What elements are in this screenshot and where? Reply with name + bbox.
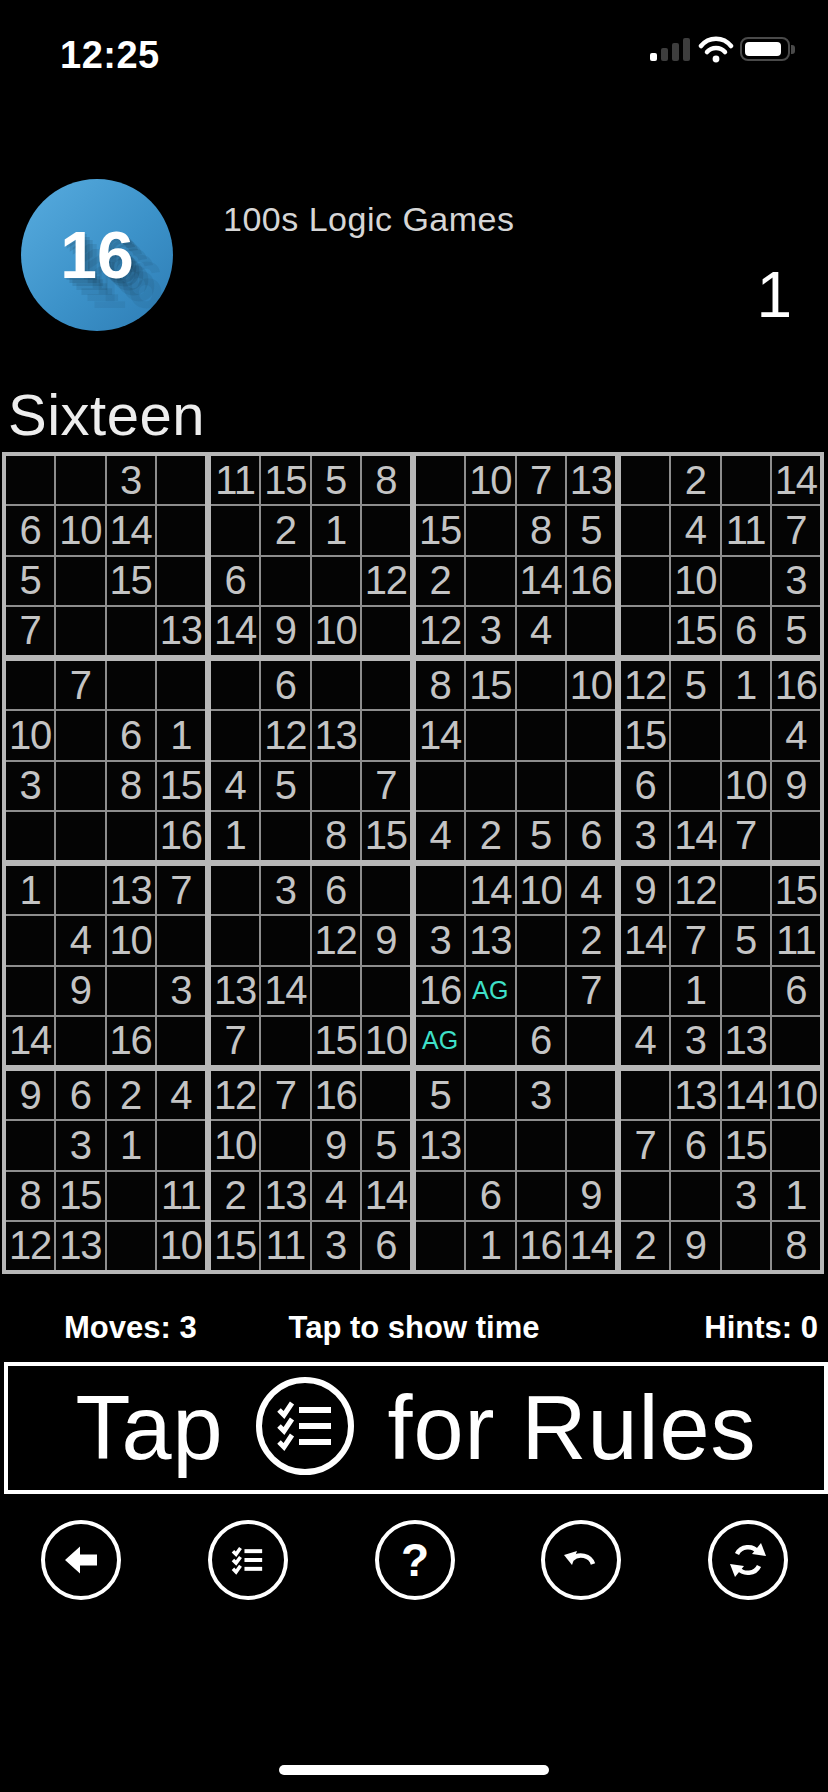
cell-r1-c13[interactable] [621, 456, 669, 504]
board-box-15: 53136911614 [416, 1071, 615, 1270]
cell-r9-c14[interactable]: 12 [671, 866, 719, 914]
puzzle-title: Sixteen [8, 381, 205, 448]
cell-r9-c4[interactable]: 7 [157, 866, 205, 914]
cell-r11-c15[interactable] [722, 967, 770, 1015]
cell-r12-c16[interactable] [772, 1017, 820, 1065]
cell-r3-c9[interactable]: 2 [416, 557, 464, 605]
cell-r11-c6[interactable]: 14 [261, 967, 309, 1015]
cell-r5-c8[interactable] [362, 661, 410, 709]
status-bar-time: 12:25 [60, 34, 160, 77]
board-box-11: 14104313216AG7AG6 [416, 866, 615, 1065]
cell-r4-c10[interactable]: 3 [466, 607, 514, 655]
cell-r11-c8[interactable] [362, 967, 410, 1015]
cell-r2-c1[interactable]: 6 [6, 506, 54, 554]
cell-r13-c9[interactable]: 5 [416, 1071, 464, 1119]
cell-r11-c10[interactable]: AG [466, 967, 514, 1015]
cell-r2-c14[interactable]: 4 [671, 506, 719, 554]
cell-r13-c1[interactable]: 9 [6, 1071, 54, 1119]
cell-r14-c14[interactable]: 6 [671, 1121, 719, 1169]
cell-r15-c1[interactable]: 8 [6, 1172, 54, 1220]
cell-r3-c14[interactable]: 10 [671, 557, 719, 605]
cell-r6-c7[interactable]: 13 [312, 711, 360, 759]
cell-r9-c5[interactable] [211, 866, 259, 914]
wifi-icon [698, 36, 734, 67]
cell-r5-c3[interactable] [107, 661, 155, 709]
cell-r8-c8[interactable]: 15 [362, 812, 410, 860]
cell-r8-c3[interactable] [107, 812, 155, 860]
cell-r12-c13[interactable]: 4 [621, 1017, 669, 1065]
cell-r12-c11[interactable]: 6 [517, 1017, 565, 1065]
cell-r13-c4[interactable]: 4 [157, 1071, 205, 1119]
cell-r4-c8[interactable] [362, 607, 410, 655]
cell-r6-c9[interactable]: 14 [416, 711, 464, 759]
cell-r7-c8[interactable]: 7 [362, 762, 410, 810]
cell-r1-c6[interactable]: 15 [261, 456, 309, 504]
cell-r1-c4[interactable] [157, 456, 205, 504]
cell-r8-c1[interactable] [6, 812, 54, 860]
cell-r9-c15[interactable] [722, 866, 770, 914]
cell-r5-c16[interactable]: 16 [772, 661, 820, 709]
cell-r13-c13[interactable] [621, 1071, 669, 1119]
cell-r6-c14[interactable] [671, 711, 719, 759]
cell-r3-c15[interactable] [722, 557, 770, 605]
cell-r11-c13[interactable] [621, 967, 669, 1015]
cell-r9-c13[interactable]: 9 [621, 866, 669, 914]
cell-r8-c9[interactable]: 4 [416, 812, 464, 860]
cell-r1-c3[interactable]: 3 [107, 456, 155, 504]
cell-r3-c5[interactable]: 6 [211, 557, 259, 605]
cell-r2-c9[interactable]: 15 [416, 506, 464, 554]
cell-r5-c14[interactable]: 5 [671, 661, 719, 709]
board-box-7: 81510144256 [416, 661, 615, 860]
cell-r1-c12[interactable]: 13 [567, 456, 615, 504]
cell-r14-c15[interactable]: 15 [722, 1121, 770, 1169]
cell-r12-c3[interactable]: 16 [107, 1017, 155, 1065]
cell-r12-c7[interactable]: 15 [312, 1017, 360, 1065]
cell-r1-c16[interactable]: 14 [772, 456, 820, 504]
cell-r6-c1[interactable]: 10 [6, 711, 54, 759]
cell-r4-c9[interactable]: 12 [416, 607, 464, 655]
cell-r4-c3[interactable] [107, 607, 155, 655]
rules-banner[interactable]: Tap for Rules [4, 1362, 828, 1494]
cell-r9-c11[interactable]: 10 [517, 866, 565, 914]
cell-r2-c4[interactable] [157, 506, 205, 554]
cell-r13-c7[interactable]: 16 [312, 1071, 360, 1119]
cell-r9-c7[interactable]: 6 [312, 866, 360, 914]
cell-r12-c8[interactable]: 10 [362, 1017, 410, 1065]
cell-r10-c7[interactable]: 12 [312, 916, 360, 964]
cell-r5-c2[interactable]: 7 [56, 661, 104, 709]
cell-r16-c4[interactable]: 10 [157, 1222, 205, 1270]
cell-r8-c6[interactable] [261, 812, 309, 860]
cell-r7-c15[interactable]: 10 [722, 762, 770, 810]
level-number: 1 [756, 258, 792, 332]
cell-r15-c5[interactable]: 2 [211, 1172, 259, 1220]
cell-r16-c15[interactable] [722, 1222, 770, 1270]
cell-r15-c14[interactable] [671, 1172, 719, 1220]
cell-r10-c12[interactable]: 2 [567, 916, 615, 964]
cell-r6-c12[interactable] [567, 711, 615, 759]
cell-r14-c12[interactable] [567, 1121, 615, 1169]
cell-r3-c16[interactable]: 3 [772, 557, 820, 605]
cell-r5-c15[interactable]: 1 [722, 661, 770, 709]
cell-r3-c1[interactable]: 5 [6, 557, 54, 605]
home-indicator[interactable] [279, 1765, 549, 1775]
cell-r6-c5[interactable] [211, 711, 259, 759]
cell-r14-c1[interactable] [6, 1121, 54, 1169]
cellular-signal-icon [650, 38, 692, 61]
cell-r3-c4[interactable] [157, 557, 205, 605]
cell-r16-c8[interactable]: 6 [362, 1222, 410, 1270]
cell-r16-c14[interactable]: 9 [671, 1222, 719, 1270]
cell-r16-c3[interactable] [107, 1222, 155, 1270]
cell-r1-c5[interactable]: 11 [211, 456, 259, 504]
cell-r11-c9[interactable]: 16 [416, 967, 464, 1015]
cell-r15-c10[interactable]: 6 [466, 1172, 514, 1220]
cell-r12-c5[interactable]: 7 [211, 1017, 259, 1065]
back-button[interactable] [41, 1520, 121, 1600]
cell-r14-c16[interactable] [772, 1121, 820, 1169]
cell-r10-c8[interactable]: 9 [362, 916, 410, 964]
cell-r10-c15[interactable]: 5 [722, 916, 770, 964]
cell-r15-c13[interactable] [621, 1172, 669, 1220]
cell-r9-c8[interactable] [362, 866, 410, 914]
cell-r7-c12[interactable] [567, 762, 615, 810]
cell-r2-c16[interactable]: 7 [772, 506, 820, 554]
app-icon-label: 16 [60, 217, 133, 293]
cell-r5-c1[interactable] [6, 661, 54, 709]
cell-r4-c4[interactable]: 13 [157, 607, 205, 655]
cell-r1-c11[interactable]: 7 [517, 456, 565, 504]
cell-r3-c13[interactable] [621, 557, 669, 605]
cell-r6-c15[interactable] [722, 711, 770, 759]
cell-r9-c12[interactable]: 4 [567, 866, 615, 914]
cell-r4-c1[interactable]: 7 [6, 607, 54, 655]
rules-banner-suffix: for Rules [387, 1377, 756, 1480]
cell-r8-c15[interactable]: 7 [722, 812, 770, 860]
cell-r15-c15[interactable]: 3 [722, 1172, 770, 1220]
app-icon: 16 [21, 179, 173, 331]
cell-r7-c5[interactable]: 4 [211, 762, 259, 810]
cell-r9-c6[interactable]: 3 [261, 866, 309, 914]
cell-r11-c14[interactable]: 1 [671, 967, 719, 1015]
cell-r6-c13[interactable]: 15 [621, 711, 669, 759]
cell-r9-c2[interactable] [56, 866, 104, 914]
cell-r3-c2[interactable] [56, 557, 104, 605]
cell-r13-c2[interactable]: 6 [56, 1071, 104, 1119]
cell-r5-c6[interactable]: 6 [261, 661, 309, 709]
cell-r16-c5[interactable]: 15 [211, 1222, 259, 1270]
cell-r2-c15[interactable]: 11 [722, 506, 770, 554]
cell-r14-c13[interactable]: 7 [621, 1121, 669, 1169]
cell-r14-c6[interactable] [261, 1121, 309, 1169]
cell-r11-c16[interactable]: 6 [772, 967, 820, 1015]
cell-r4-c2[interactable] [56, 607, 104, 655]
cell-r9-c10[interactable]: 14 [466, 866, 514, 914]
cell-r5-c10[interactable]: 15 [466, 661, 514, 709]
cell-r15-c12[interactable]: 9 [567, 1172, 615, 1220]
cell-r1-c2[interactable] [56, 456, 104, 504]
cell-r6-c6[interactable]: 12 [261, 711, 309, 759]
cell-r1-c8[interactable]: 8 [362, 456, 410, 504]
cell-r7-c14[interactable] [671, 762, 719, 810]
cell-r8-c10[interactable]: 2 [466, 812, 514, 860]
cell-r2-c10[interactable] [466, 506, 514, 554]
cell-r2-c3[interactable]: 14 [107, 506, 155, 554]
cell-r12-c10[interactable] [466, 1017, 514, 1065]
board-box-6: 612134571815 [211, 661, 410, 860]
battery-icon [740, 37, 790, 61]
cell-r10-c4[interactable] [157, 916, 205, 964]
cell-r10-c3[interactable]: 10 [107, 916, 155, 964]
cell-r8-c16[interactable] [772, 812, 820, 860]
cell-r10-c2[interactable]: 4 [56, 916, 104, 964]
cell-r13-c11[interactable]: 3 [517, 1071, 565, 1119]
cell-r13-c12[interactable] [567, 1071, 615, 1119]
cell-r7-c7[interactable] [312, 762, 360, 810]
cell-r10-c11[interactable] [517, 916, 565, 964]
cell-r11-c7[interactable] [312, 967, 360, 1015]
cell-r12-c9[interactable]: AG [416, 1017, 464, 1065]
cell-r8-c12[interactable]: 6 [567, 812, 615, 860]
cell-r11-c5[interactable]: 13 [211, 967, 259, 1015]
rules-checklist-icon [253, 1374, 357, 1482]
cell-r7-c1[interactable]: 3 [6, 762, 54, 810]
cell-r15-c9[interactable] [416, 1172, 464, 1220]
cell-r14-c9[interactable]: 13 [416, 1121, 464, 1169]
cell-r11-c12[interactable]: 7 [567, 967, 615, 1015]
cell-r7-c6[interactable]: 5 [261, 762, 309, 810]
cell-r14-c5[interactable]: 10 [211, 1121, 259, 1169]
cell-r11-c4[interactable]: 3 [157, 967, 205, 1015]
cell-r7-c11[interactable] [517, 762, 565, 810]
cell-r16-c10[interactable]: 1 [466, 1222, 514, 1270]
cell-r4-c7[interactable]: 10 [312, 607, 360, 655]
cell-r14-c3[interactable]: 1 [107, 1121, 155, 1169]
cell-r2-c11[interactable]: 8 [517, 506, 565, 554]
cell-r13-c16[interactable]: 10 [772, 1071, 820, 1119]
cell-r3-c11[interactable]: 14 [517, 557, 565, 605]
cell-r12-c14[interactable]: 3 [671, 1017, 719, 1065]
cell-r15-c4[interactable]: 11 [157, 1172, 205, 1220]
cell-r9-c9[interactable] [416, 866, 464, 914]
cell-r16-c6[interactable]: 11 [261, 1222, 309, 1270]
cell-r7-c13[interactable]: 6 [621, 762, 669, 810]
cell-r3-c8[interactable]: 12 [362, 557, 410, 605]
app-screen: 12:25 16 100s Logic Games 1 Sixteen 3610… [0, 0, 828, 1792]
cell-r4-c12[interactable] [567, 607, 615, 655]
cell-r8-c13[interactable]: 3 [621, 812, 669, 860]
board-box-14: 127161095213414151136 [211, 1071, 410, 1270]
cell-r7-c3[interactable]: 8 [107, 762, 155, 810]
cell-r14-c11[interactable] [517, 1121, 565, 1169]
cell-r4-c14[interactable]: 15 [671, 607, 719, 655]
cell-r13-c5[interactable]: 12 [211, 1071, 259, 1119]
cell-r1-c1[interactable] [6, 456, 54, 504]
cell-r14-c8[interactable]: 5 [362, 1121, 410, 1169]
cell-r1-c7[interactable]: 5 [312, 456, 360, 504]
cell-r3-c6[interactable] [261, 557, 309, 605]
cell-r12-c12[interactable] [567, 1017, 615, 1065]
cell-r4-c11[interactable]: 4 [517, 607, 565, 655]
restart-button[interactable] [708, 1520, 788, 1600]
cell-r9-c3[interactable]: 13 [107, 866, 155, 914]
cell-r1-c10[interactable]: 10 [466, 456, 514, 504]
undo-arrow-icon [561, 1540, 601, 1580]
cell-r16-c11[interactable]: 16 [517, 1222, 565, 1270]
cell-r13-c10[interactable] [466, 1071, 514, 1119]
cell-r12-c1[interactable]: 14 [6, 1017, 54, 1065]
cell-r6-c16[interactable]: 4 [772, 711, 820, 759]
cell-r15-c6[interactable]: 13 [261, 1172, 309, 1220]
cell-r7-c2[interactable] [56, 762, 104, 810]
cell-r10-c9[interactable]: 3 [416, 916, 464, 964]
cell-r2-c2[interactable]: 10 [56, 506, 104, 554]
back-arrow-icon [61, 1540, 101, 1580]
cell-r7-c16[interactable]: 9 [772, 762, 820, 810]
board-box-1: 361014515713 [6, 456, 205, 655]
cell-r7-c4[interactable]: 15 [157, 762, 205, 810]
cell-r8-c2[interactable] [56, 812, 104, 860]
board-box-16: 131410761531298 [621, 1071, 820, 1270]
cell-r3-c7[interactable] [312, 557, 360, 605]
cell-r5-c5[interactable] [211, 661, 259, 709]
hints-counter: Hints: 0 [704, 1304, 818, 1352]
cell-r16-c1[interactable]: 12 [6, 1222, 54, 1270]
cell-r2-c13[interactable] [621, 506, 669, 554]
cell-r3-c10[interactable] [466, 557, 514, 605]
cell-r9-c1[interactable]: 1 [6, 866, 54, 914]
cell-r2-c6[interactable]: 2 [261, 506, 309, 554]
cell-r4-c15[interactable]: 6 [722, 607, 770, 655]
cell-r10-c13[interactable]: 14 [621, 916, 669, 964]
cell-r8-c7[interactable]: 8 [312, 812, 360, 860]
cell-r5-c7[interactable] [312, 661, 360, 709]
cell-r2-c5[interactable] [211, 506, 259, 554]
cell-r2-c8[interactable] [362, 506, 410, 554]
cell-r5-c9[interactable]: 8 [416, 661, 464, 709]
cell-r11-c3[interactable] [107, 967, 155, 1015]
cell-r11-c11[interactable] [517, 967, 565, 1015]
status-line: Moves: 3 Tap to show time Hints: 0 [0, 1304, 828, 1352]
cell-r3-c3[interactable]: 15 [107, 557, 155, 605]
rules-banner-prefix: Tap [75, 1377, 223, 1480]
cell-r16-c13[interactable]: 2 [621, 1222, 669, 1270]
moves-counter: Moves: 3 [64, 1304, 197, 1352]
cell-r3-c12[interactable]: 16 [567, 557, 615, 605]
cell-r8-c11[interactable]: 5 [517, 812, 565, 860]
cell-r10-c16[interactable]: 11 [772, 916, 820, 964]
toolbar: ? [0, 1520, 828, 1604]
cell-r7-c9[interactable] [416, 762, 464, 810]
cell-r1-c14[interactable]: 2 [671, 456, 719, 504]
board-box-10: 36129131471510 [211, 866, 410, 1065]
cell-r12-c6[interactable] [261, 1017, 309, 1065]
cell-r4-c6[interactable]: 9 [261, 607, 309, 655]
cell-r15-c2[interactable]: 15 [56, 1172, 104, 1220]
cell-r6-c2[interactable] [56, 711, 104, 759]
cell-r15-c7[interactable]: 4 [312, 1172, 360, 1220]
board-box-8: 12511615461093147 [621, 661, 820, 860]
cell-r6-c3[interactable]: 6 [107, 711, 155, 759]
cell-r14-c10[interactable] [466, 1121, 514, 1169]
cell-r16-c9[interactable] [416, 1222, 464, 1270]
cell-r15-c3[interactable] [107, 1172, 155, 1220]
cell-r6-c11[interactable] [517, 711, 565, 759]
cell-r7-c10[interactable] [466, 762, 514, 810]
cell-r13-c6[interactable]: 7 [261, 1071, 309, 1119]
cell-r11-c1[interactable] [6, 967, 54, 1015]
cell-r10-c1[interactable] [6, 916, 54, 964]
cell-r10-c10[interactable]: 13 [466, 916, 514, 964]
cell-r16-c12[interactable]: 14 [567, 1222, 615, 1270]
cell-r11-c2[interactable]: 9 [56, 967, 104, 1015]
cell-r13-c14[interactable]: 13 [671, 1071, 719, 1119]
cell-r8-c14[interactable]: 14 [671, 812, 719, 860]
cell-r16-c16[interactable]: 8 [772, 1222, 820, 1270]
cell-r8-c4[interactable]: 16 [157, 812, 205, 860]
board-box-4: 21441171031565 [621, 456, 820, 655]
cell-r8-c5[interactable]: 1 [211, 812, 259, 860]
board-box-13: 96243181511121310 [6, 1071, 205, 1270]
cell-r9-c16[interactable]: 15 [772, 866, 820, 914]
checklist-icon [225, 1537, 271, 1583]
board-box-12: 91215147511164313 [621, 866, 820, 1065]
timer-toggle[interactable]: Tap to show time [289, 1304, 540, 1352]
cell-r4-c13[interactable] [621, 607, 669, 655]
cell-r14-c2[interactable]: 3 [56, 1121, 104, 1169]
cell-r1-c9[interactable] [416, 456, 464, 504]
cell-r16-c7[interactable]: 3 [312, 1222, 360, 1270]
cell-r13-c8[interactable] [362, 1071, 410, 1119]
board-box-3: 107131585214161234 [416, 456, 615, 655]
cell-r10-c6[interactable] [261, 916, 309, 964]
cell-r16-c2[interactable]: 13 [56, 1222, 104, 1270]
cell-r2-c7[interactable]: 1 [312, 506, 360, 554]
cell-r10-c14[interactable]: 7 [671, 916, 719, 964]
undo-button[interactable] [541, 1520, 621, 1600]
pencil-mark: AG [422, 1026, 458, 1055]
cell-r15-c8[interactable]: 14 [362, 1172, 410, 1220]
cell-r6-c4[interactable]: 1 [157, 711, 205, 759]
cell-r15-c11[interactable] [517, 1172, 565, 1220]
cell-r2-c12[interactable]: 5 [567, 506, 615, 554]
cell-r6-c10[interactable] [466, 711, 514, 759]
cell-r10-c5[interactable] [211, 916, 259, 964]
cell-r13-c3[interactable]: 2 [107, 1071, 155, 1119]
cell-r4-c16[interactable]: 5 [772, 607, 820, 655]
cell-r12-c4[interactable] [157, 1017, 205, 1065]
cell-r6-c8[interactable] [362, 711, 410, 759]
board-box-2: 1115582161214910 [211, 456, 410, 655]
cell-r4-c5[interactable]: 14 [211, 607, 259, 655]
cell-r5-c12[interactable]: 10 [567, 661, 615, 709]
cell-r13-c15[interactable]: 14 [722, 1071, 770, 1119]
cell-r5-c13[interactable]: 12 [621, 661, 669, 709]
rules-button[interactable] [208, 1520, 288, 1600]
cell-r15-c16[interactable]: 1 [772, 1172, 820, 1220]
cell-r12-c15[interactable]: 13 [722, 1017, 770, 1065]
app-title: 100s Logic Games [223, 200, 515, 239]
cell-r14-c4[interactable] [157, 1121, 205, 1169]
help-button[interactable]: ? [375, 1520, 455, 1600]
sudoku-board: 3610145157131115582161214910107131585214… [2, 452, 824, 1274]
cell-r12-c2[interactable] [56, 1017, 104, 1065]
cell-r5-c4[interactable] [157, 661, 205, 709]
cell-r1-c15[interactable] [722, 456, 770, 504]
cell-r5-c11[interactable] [517, 661, 565, 709]
cell-r14-c7[interactable]: 9 [312, 1121, 360, 1169]
